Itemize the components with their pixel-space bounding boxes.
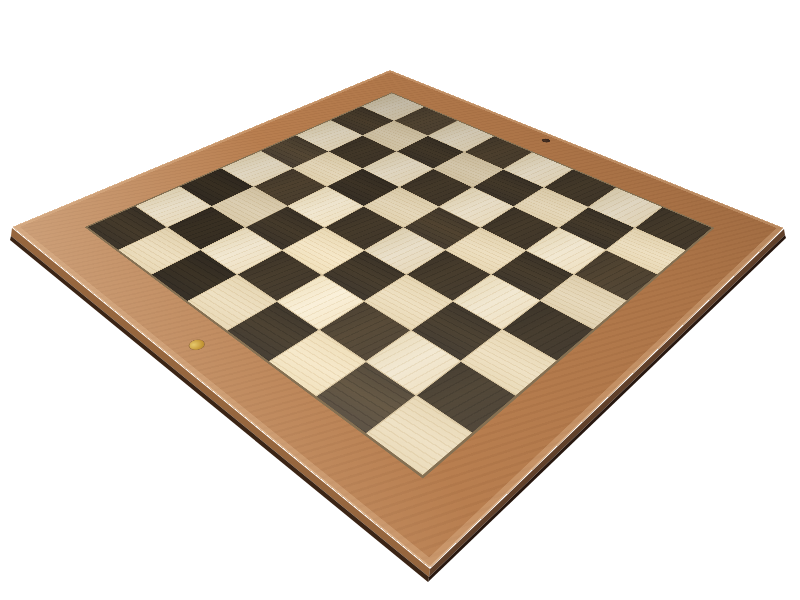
board-photo <box>0 0 800 600</box>
dark-inlay-dot <box>539 138 551 144</box>
brass-inlay-dot <box>186 338 207 352</box>
